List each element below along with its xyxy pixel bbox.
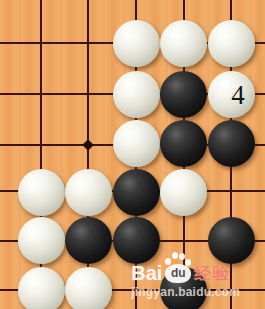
intersection-r3-c1[interactable] (65, 168, 113, 216)
black-stone (160, 71, 207, 118)
intersection-r1-c3[interactable] (160, 69, 208, 120)
intersection-r2-c2[interactable] (112, 120, 160, 169)
intersection-r1-c1[interactable] (65, 69, 113, 120)
white-stone (208, 20, 255, 67)
white-stone (160, 169, 207, 216)
intersection-r2-c3[interactable] (160, 120, 208, 169)
intersection-r3-c0[interactable] (18, 168, 65, 216)
black-stone (208, 120, 255, 167)
white-stone (113, 20, 160, 67)
white-stone (65, 267, 112, 309)
white-stone (18, 267, 65, 309)
intersection-r3-c3[interactable] (160, 168, 208, 216)
paw-toe-icon (165, 258, 171, 265)
intersection-r0-c1[interactable] (65, 18, 113, 69)
baidu-logo-du-text: du (165, 267, 191, 280)
intersection-r0-c2[interactable] (112, 18, 160, 69)
black-stone (160, 120, 207, 167)
intersection-r4-c1[interactable] (65, 216, 113, 266)
baidu-logo-bai-text: Bai (131, 263, 162, 283)
baidu-jingyan-cn-text: 经验 (194, 264, 230, 283)
baidu-watermark: Bai du 经验 jingyan.baidu.com (131, 252, 240, 299)
intersection-r0-c3[interactable] (160, 18, 208, 69)
intersection-r2-c1[interactable] (65, 120, 113, 169)
white-stone (18, 169, 65, 216)
intersection-r3-c4[interactable] (208, 168, 255, 216)
black-stone (113, 169, 160, 216)
intersection-r5-c1[interactable] (65, 266, 113, 309)
paw-toe-icon (179, 253, 185, 260)
intersection-r1-c4[interactable]: 4 (208, 69, 255, 120)
intersection-r1-c2[interactable] (112, 69, 160, 120)
intersection-r2-c0[interactable] (18, 120, 65, 169)
intersection-r3-c2[interactable] (112, 168, 160, 216)
intersection-r1-c0[interactable] (18, 69, 65, 120)
paw-toe-icon (185, 259, 191, 266)
intersection-r0-c0[interactable] (18, 18, 65, 69)
baidu-paw-icon: du (165, 252, 191, 283)
move-number-label: 4 (231, 82, 245, 109)
black-stone (65, 217, 112, 264)
white-stone (113, 120, 160, 167)
go-board[interactable]: 4 Bai du 经验 jingyan.baidu.com (0, 0, 265, 309)
white-stone: 4 (208, 71, 255, 118)
white-stone (113, 71, 160, 118)
paw-toe-icon (172, 252, 178, 259)
white-stone (18, 217, 65, 264)
intersection-r0-c4[interactable] (208, 18, 255, 69)
white-stone (160, 20, 207, 67)
white-stone (65, 169, 112, 216)
intersection-r2-c4[interactable] (208, 120, 255, 169)
intersection-r4-c0[interactable] (18, 216, 65, 266)
baidu-logo: Bai du 经验 (131, 252, 240, 283)
intersection-r5-c0[interactable] (18, 266, 65, 309)
watermark-url-text: jingyan.baidu.com (131, 285, 240, 299)
